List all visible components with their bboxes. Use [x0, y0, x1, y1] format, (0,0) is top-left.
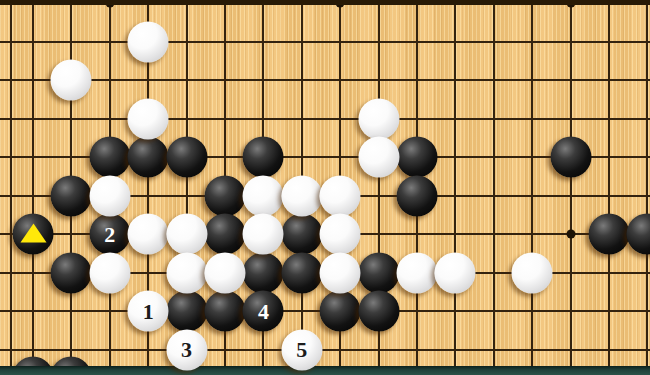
stone-white-F7: 3 — [166, 329, 207, 370]
grid-line-horizontal — [0, 41, 650, 43]
stone-white-K9 — [320, 252, 361, 293]
stone-white-N9 — [435, 252, 476, 293]
stone-black-D10: 2 — [89, 214, 130, 255]
grid-line-vertical — [570, 0, 572, 366]
grid-line-vertical — [646, 0, 648, 366]
stone-white-G9 — [205, 252, 246, 293]
stone-white-H11 — [243, 175, 284, 216]
go-board[interactable]: 24135 — [0, 0, 650, 375]
grid-line-vertical — [493, 0, 495, 366]
stone-white-E10 — [128, 214, 169, 255]
stone-white-P9 — [512, 252, 553, 293]
stone-black-F8 — [166, 291, 207, 332]
stone-black-D12 — [89, 137, 130, 178]
stone-white-E13 — [128, 98, 169, 139]
stone-black-L9 — [358, 252, 399, 293]
stone-white-M9 — [397, 252, 438, 293]
stone-white-D9 — [89, 252, 130, 293]
stone-white-E15 — [128, 21, 169, 62]
stone-white-H10 — [243, 214, 284, 255]
star-point — [566, 230, 575, 239]
grid-line-vertical — [32, 0, 34, 366]
move-number-label: 2 — [104, 223, 115, 245]
stone-white-E8: 1 — [128, 291, 169, 332]
stone-black-G8 — [205, 291, 246, 332]
board-bottom-edge — [0, 366, 650, 375]
grid-line-vertical — [531, 0, 533, 366]
stone-black-S10 — [627, 214, 650, 255]
grid-line-horizontal — [0, 118, 650, 120]
stone-white-K10 — [320, 214, 361, 255]
stone-black-K8 — [320, 291, 361, 332]
stone-white-K11 — [320, 175, 361, 216]
grid-line-horizontal — [0, 79, 650, 81]
move-number-label: 5 — [296, 339, 307, 361]
stone-black-M12 — [397, 137, 438, 178]
stone-black-B10 — [13, 214, 54, 255]
stone-black-M11 — [397, 175, 438, 216]
stone-black-J10 — [281, 214, 322, 255]
stone-black-J9 — [281, 252, 322, 293]
stone-black-C11 — [51, 175, 92, 216]
stone-white-C14 — [51, 60, 92, 101]
stone-white-J11 — [281, 175, 322, 216]
grid-line-vertical — [454, 0, 456, 366]
stone-black-E12 — [128, 137, 169, 178]
stone-black-Q12 — [550, 137, 591, 178]
grid-line-vertical — [608, 0, 610, 366]
grid-line-horizontal — [0, 349, 650, 351]
stone-white-F9 — [166, 252, 207, 293]
stone-white-D11 — [89, 175, 130, 216]
stone-black-R10 — [589, 214, 630, 255]
stone-black-H12 — [243, 137, 284, 178]
triangle-marker-icon — [20, 223, 46, 242]
stone-white-F10 — [166, 214, 207, 255]
stone-white-L13 — [358, 98, 399, 139]
stone-black-L8 — [358, 291, 399, 332]
stone-black-C9 — [51, 252, 92, 293]
stone-white-J7: 5 — [281, 329, 322, 370]
stone-black-G11 — [205, 175, 246, 216]
stone-black-H9 — [243, 252, 284, 293]
board-edge-line-left — [10, 0, 12, 366]
move-number-label: 4 — [258, 300, 269, 322]
stone-black-H8: 4 — [243, 291, 284, 332]
move-number-label: 3 — [181, 339, 192, 361]
stone-black-G10 — [205, 214, 246, 255]
stone-black-F12 — [166, 137, 207, 178]
board-top-edge — [0, 0, 650, 5]
move-number-label: 1 — [143, 300, 154, 322]
stone-white-L12 — [358, 137, 399, 178]
